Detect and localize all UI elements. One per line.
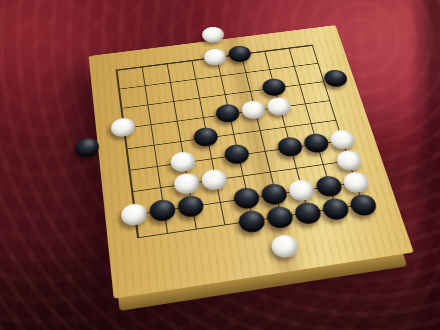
board-point [137,132,167,157]
loose-stone-white: ○ [200,26,225,44]
board-point: ● [290,199,324,227]
loose-stone-white: ○ [269,233,300,259]
stone-black: ● [148,198,176,222]
board-point [202,188,234,215]
stone-black: ● [192,126,219,148]
board-point [252,159,284,185]
board-point [143,174,174,200]
stone-black: ● [292,201,322,225]
stone-black: ● [259,182,288,206]
stone-white: ○ [340,170,370,193]
stone-white: ○ [110,117,136,138]
board-point: ● [234,207,268,235]
stone-white: ○ [200,168,228,191]
go-board: ○●●○●○○●○●●●○○○○○●●●●○●○●●●●● ○●●○ [89,25,414,299]
board-point [149,220,181,248]
stone-black: ● [347,193,378,217]
board-point: ○ [284,177,317,203]
board-point: ● [174,192,206,219]
board-point [110,135,140,160]
board-point: ○ [170,170,201,196]
board-point: ● [345,191,380,218]
stone-white: ○ [286,178,316,202]
stone-black: ● [214,103,241,124]
board-point: ○ [326,127,359,151]
stone-white: ○ [120,202,148,227]
board-point: ○ [332,148,365,173]
stone-white: ○ [239,99,266,120]
board-point: ○ [167,149,198,174]
board-point: ● [318,195,352,222]
stone-black: ● [260,77,287,97]
board-point [225,163,257,189]
board-tilt: ○●●○●○○●○●●●○○○○○●●●●○●○●●●●● ○●●○ [89,25,414,299]
stone-white: ○ [169,150,196,172]
stone-black: ● [320,197,351,221]
stone-white: ○ [334,149,364,171]
stone-black: ● [176,194,205,218]
board-point [178,215,211,243]
board-perspective-wrapper: ○●●○●○○●○●●●○○○○○●●●●○●○●●●●● ○●●○ [100,0,375,296]
board-point: ○ [339,169,373,195]
board-point [206,211,239,239]
board-point [279,155,312,181]
board-point [113,156,143,182]
board-point: ● [262,203,296,231]
stone-black: ● [275,136,303,158]
board-grid: ○●●○●○○●○●●●○○○○○●●●●○●○●●●●● [101,34,380,252]
board-point: ● [312,173,346,199]
board-point: ● [230,185,263,212]
board-point: ● [146,196,178,223]
board-point [164,128,194,152]
board-point [115,178,146,205]
stone-white: ○ [172,172,200,195]
stone-white: ○ [328,128,357,150]
board-grid-area: ○●●○●○○●○●●●○○○○○●●●●○●○●●●●● [101,34,380,252]
stone-black: ● [226,44,252,63]
board-point [140,153,171,178]
stone-black: ● [264,205,294,230]
board-point: ○ [198,166,230,192]
board-point [194,145,225,170]
stone-white: ○ [265,96,292,116]
stone-black: ● [301,132,330,154]
board-point: ○ [118,200,149,228]
board-point [306,151,339,176]
stone-black: ● [222,143,250,165]
stone-black: ● [313,174,343,197]
loose-stone-black: ● [74,137,100,159]
stone-black: ● [236,209,266,234]
stone-white: ○ [202,47,227,66]
board-point: ● [257,181,290,208]
photo-scene: ○●●○●○○●○●●●○○○○○●●●●○●○●●●●● ○●●○ [0,0,440,330]
board-point [121,224,153,253]
stone-black: ● [231,186,260,210]
